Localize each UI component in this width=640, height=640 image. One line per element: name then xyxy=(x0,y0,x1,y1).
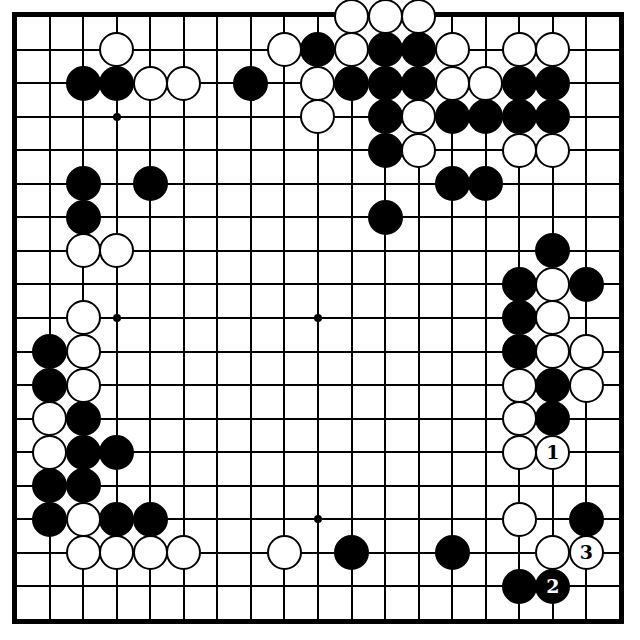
stone-black xyxy=(401,32,436,67)
stone-white xyxy=(133,66,168,101)
stone-black xyxy=(66,468,101,503)
stone-black xyxy=(368,66,403,101)
stone-black xyxy=(535,368,570,403)
stone-black xyxy=(502,300,537,335)
stone-black xyxy=(368,99,403,134)
stone-white xyxy=(435,32,470,67)
stone-white xyxy=(401,133,436,168)
stone-black xyxy=(435,166,470,201)
stone-black xyxy=(133,502,168,537)
stone-black xyxy=(66,435,101,470)
stone-white xyxy=(334,0,369,34)
hoshi-point xyxy=(113,314,121,322)
stone-black xyxy=(334,66,369,101)
stone-white xyxy=(66,368,101,403)
grid-line-horizontal xyxy=(15,619,621,621)
stone-black xyxy=(535,66,570,101)
stone-white xyxy=(368,0,403,34)
stone-white xyxy=(66,334,101,369)
stone-white xyxy=(66,300,101,335)
stone-black xyxy=(99,502,134,537)
stone-black xyxy=(368,200,403,235)
hoshi-point xyxy=(314,314,322,322)
stone-white xyxy=(133,535,168,570)
stone-white xyxy=(502,502,537,537)
stone-white xyxy=(569,334,604,369)
stone-black xyxy=(66,200,101,235)
hoshi-point xyxy=(113,113,121,121)
stone-black xyxy=(99,435,134,470)
stone-black xyxy=(32,502,67,537)
stone-white xyxy=(435,66,470,101)
go-diagram: 132 xyxy=(0,0,640,640)
stone-black xyxy=(133,166,168,201)
stone-white xyxy=(32,401,67,436)
stone-black xyxy=(401,66,436,101)
move-number-label: 2 xyxy=(546,577,559,596)
stone-white xyxy=(468,66,503,101)
stone-white-move-1: 1 xyxy=(535,435,570,470)
stone-black xyxy=(32,334,67,369)
stone-white xyxy=(502,32,537,67)
stone-black xyxy=(502,569,537,604)
stone-black xyxy=(502,99,537,134)
stone-black xyxy=(233,66,268,101)
stone-white xyxy=(99,32,134,67)
stone-white xyxy=(502,368,537,403)
stone-white xyxy=(502,133,537,168)
stone-black-move-2: 2 xyxy=(535,569,570,604)
stone-black xyxy=(66,66,101,101)
stone-black xyxy=(569,502,604,537)
stone-white-move-3: 3 xyxy=(569,535,604,570)
stone-white xyxy=(267,32,302,67)
stone-white xyxy=(166,66,201,101)
stone-white xyxy=(66,535,101,570)
stone-white xyxy=(535,133,570,168)
stone-black xyxy=(435,535,470,570)
stone-black xyxy=(32,368,67,403)
stone-white xyxy=(32,435,67,470)
stone-white xyxy=(502,435,537,470)
stone-black xyxy=(66,401,101,436)
stone-black xyxy=(368,133,403,168)
grid-line-horizontal xyxy=(15,485,621,487)
stone-black xyxy=(502,334,537,369)
stone-white xyxy=(535,267,570,302)
stone-black xyxy=(502,66,537,101)
stone-black xyxy=(435,99,470,134)
stone-black xyxy=(32,468,67,503)
stone-white xyxy=(66,502,101,537)
stone-black xyxy=(99,66,134,101)
move-number-label: 1 xyxy=(546,443,559,462)
stone-white xyxy=(502,401,537,436)
stone-white xyxy=(569,368,604,403)
stone-white xyxy=(401,0,436,34)
stone-white xyxy=(267,535,302,570)
stone-white xyxy=(300,66,335,101)
stone-black xyxy=(368,32,403,67)
stone-white xyxy=(401,99,436,134)
stone-black xyxy=(569,267,604,302)
grid-line-vertical xyxy=(351,15,353,621)
move-number-label: 3 xyxy=(580,543,593,562)
stone-white xyxy=(334,32,369,67)
stone-black xyxy=(502,267,537,302)
stone-white xyxy=(66,233,101,268)
stone-black xyxy=(66,166,101,201)
grid-line-vertical xyxy=(619,15,621,621)
